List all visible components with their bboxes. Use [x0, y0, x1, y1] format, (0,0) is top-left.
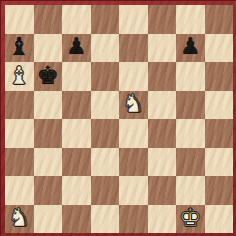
- square-b7[interactable]: [34, 34, 63, 63]
- square-g6[interactable]: [176, 62, 205, 91]
- black-pawn-c7[interactable]: ♟: [66, 35, 87, 58]
- square-e8[interactable]: [119, 5, 148, 34]
- square-b6[interactable]: ♚: [34, 62, 63, 91]
- square-e2[interactable]: [119, 176, 148, 205]
- square-h5[interactable]: [205, 91, 234, 120]
- square-f6[interactable]: [148, 62, 177, 91]
- square-e1[interactable]: [119, 205, 148, 234]
- square-d6[interactable]: [91, 62, 120, 91]
- square-a6[interactable]: ♝: [5, 62, 34, 91]
- square-f4[interactable]: [148, 119, 177, 148]
- square-h8[interactable]: [205, 5, 234, 34]
- square-a7[interactable]: ♝: [5, 34, 34, 63]
- square-b8[interactable]: [34, 5, 63, 34]
- chess-board-frame: ♝♟♟♝♚♞♞♚: [0, 0, 236, 236]
- square-g7[interactable]: ♟: [176, 34, 205, 63]
- square-c6[interactable]: [62, 62, 91, 91]
- square-a1[interactable]: ♞: [5, 205, 34, 234]
- square-e5[interactable]: ♞: [119, 91, 148, 120]
- square-b2[interactable]: [34, 176, 63, 205]
- chess-board: ♝♟♟♝♚♞♞♚: [5, 5, 233, 233]
- square-g3[interactable]: [176, 148, 205, 177]
- square-h1[interactable]: [205, 205, 234, 234]
- square-g4[interactable]: [176, 119, 205, 148]
- square-b5[interactable]: [34, 91, 63, 120]
- black-bishop-a7[interactable]: ♝: [8, 34, 30, 59]
- square-h3[interactable]: [205, 148, 234, 177]
- square-d1[interactable]: [91, 205, 120, 234]
- square-e4[interactable]: [119, 119, 148, 148]
- square-e7[interactable]: [119, 34, 148, 63]
- square-h4[interactable]: [205, 119, 234, 148]
- square-g2[interactable]: [176, 176, 205, 205]
- square-e6[interactable]: [119, 62, 148, 91]
- square-c2[interactable]: [62, 176, 91, 205]
- square-c8[interactable]: [62, 5, 91, 34]
- square-d5[interactable]: [91, 91, 120, 120]
- square-a3[interactable]: [5, 148, 34, 177]
- square-f8[interactable]: [148, 5, 177, 34]
- square-b1[interactable]: [34, 205, 63, 234]
- square-f1[interactable]: [148, 205, 177, 234]
- square-g1[interactable]: ♚: [176, 205, 205, 234]
- square-h2[interactable]: [205, 176, 234, 205]
- square-a2[interactable]: [5, 176, 34, 205]
- square-d8[interactable]: [91, 5, 120, 34]
- square-h7[interactable]: [205, 34, 234, 63]
- square-d3[interactable]: [91, 148, 120, 177]
- square-d7[interactable]: [91, 34, 120, 63]
- square-f7[interactable]: [148, 34, 177, 63]
- square-g8[interactable]: [176, 5, 205, 34]
- square-c4[interactable]: [62, 119, 91, 148]
- square-c1[interactable]: [62, 205, 91, 234]
- square-g5[interactable]: [176, 91, 205, 120]
- square-f3[interactable]: [148, 148, 177, 177]
- square-d2[interactable]: [91, 176, 120, 205]
- square-b3[interactable]: [34, 148, 63, 177]
- white-bishop-a6[interactable]: ♝: [8, 63, 30, 88]
- square-f2[interactable]: [148, 176, 177, 205]
- black-king-b6[interactable]: ♚: [37, 63, 59, 88]
- square-c5[interactable]: [62, 91, 91, 120]
- square-h6[interactable]: [205, 62, 234, 91]
- square-f5[interactable]: [148, 91, 177, 120]
- square-c7[interactable]: ♟: [62, 34, 91, 63]
- square-e3[interactable]: [119, 148, 148, 177]
- square-c3[interactable]: [62, 148, 91, 177]
- square-a8[interactable]: [5, 5, 34, 34]
- square-b4[interactable]: [34, 119, 63, 148]
- white-knight-a1[interactable]: ♞: [8, 205, 30, 230]
- square-a5[interactable]: [5, 91, 34, 120]
- white-knight-e5[interactable]: ♞: [122, 91, 144, 116]
- square-d4[interactable]: [91, 119, 120, 148]
- square-a4[interactable]: [5, 119, 34, 148]
- black-pawn-g7[interactable]: ♟: [180, 35, 201, 58]
- white-king-g1[interactable]: ♚: [179, 205, 201, 230]
